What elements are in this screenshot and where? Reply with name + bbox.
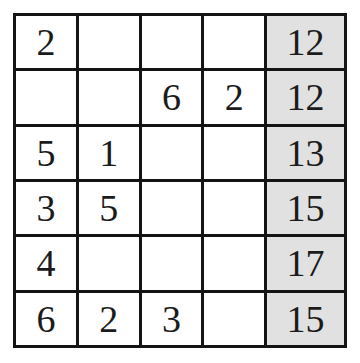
cell-r5c1[interactable]: 4 (16, 237, 76, 289)
cell-r2c3[interactable]: 6 (142, 71, 202, 123)
cell-r6c3[interactable]: 3 (142, 293, 202, 345)
cell-r4c3[interactable] (142, 182, 202, 234)
cell-r1c4[interactable] (204, 16, 264, 68)
row-sum-cell-r2: 12 (267, 71, 344, 123)
row-sum-cell-r1: 12 (267, 16, 344, 68)
cell-r4c1[interactable]: 3 (16, 182, 76, 234)
cell-r4c4[interactable] (204, 182, 264, 234)
cell-r3c1[interactable]: 5 (16, 127, 76, 179)
row-sum-cell-r4: 15 (267, 182, 344, 234)
cell-r3c2[interactable]: 1 (79, 127, 139, 179)
cell-r4c2[interactable]: 5 (79, 182, 139, 234)
cell-r6c2[interactable]: 2 (79, 293, 139, 345)
cell-r1c2[interactable] (79, 16, 139, 68)
cell-r2c1[interactable] (16, 71, 76, 123)
cell-r6c1[interactable]: 6 (16, 293, 76, 345)
cell-r3c4[interactable] (204, 127, 264, 179)
cell-r2c2[interactable] (79, 71, 139, 123)
cell-r1c3[interactable] (142, 16, 202, 68)
row-sum-cell-r5: 17 (267, 237, 344, 289)
cell-r5c3[interactable] (142, 237, 202, 289)
cell-r6c4[interactable] (204, 293, 264, 345)
cell-r5c4[interactable] (204, 237, 264, 289)
puzzle-board: 21262125113351541762315 (13, 13, 347, 348)
cell-r5c2[interactable] (79, 237, 139, 289)
row-sum-cell-r6: 15 (267, 293, 344, 345)
row-sum-cell-r3: 13 (267, 127, 344, 179)
cell-r3c3[interactable] (142, 127, 202, 179)
puzzle-grid: 21262125113351541762315 (16, 16, 344, 345)
cell-r1c1[interactable]: 2 (16, 16, 76, 68)
cell-r2c4[interactable]: 2 (204, 71, 264, 123)
